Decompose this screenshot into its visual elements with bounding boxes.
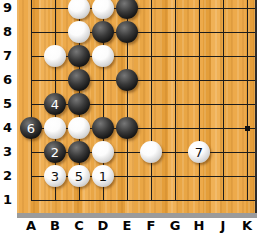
- stone-black-C7[interactable]: [68, 45, 90, 67]
- row-label-8: 8: [0, 24, 15, 40]
- stone-black-C5[interactable]: [68, 93, 90, 115]
- stone-white-D7[interactable]: [92, 45, 114, 67]
- grid-vline-J: [223, 0, 224, 201]
- stone-black-B5[interactable]: 4: [44, 93, 66, 115]
- stone-white-D3[interactable]: [92, 141, 114, 163]
- row-label-6: 6: [0, 72, 15, 88]
- row-label-1: 1: [0, 192, 15, 208]
- grid-vline-A: [31, 0, 32, 201]
- col-label-H: H: [191, 218, 207, 234]
- col-label-C: C: [71, 218, 87, 234]
- stone-black-E6[interactable]: [116, 69, 138, 91]
- stone-black-D4[interactable]: [92, 117, 114, 139]
- stone-black-D8[interactable]: [92, 21, 114, 43]
- col-label-E: E: [119, 218, 135, 234]
- col-label-K: K: [239, 218, 255, 234]
- star-point-K4: [245, 126, 250, 131]
- row-label-5: 5: [0, 96, 15, 112]
- grid-vline-F: [151, 0, 152, 201]
- grid-hline-1: [31, 200, 255, 201]
- grid-hline-9: [31, 8, 255, 9]
- go-diagram: 4627351 987654321ABCDEFGHJK: [0, 0, 257, 236]
- stone-white-D2[interactable]: 1: [92, 165, 114, 187]
- col-label-B: B: [47, 218, 63, 234]
- col-label-G: G: [167, 218, 183, 234]
- grid-vline-G: [175, 0, 176, 201]
- grid-hline-6: [31, 80, 255, 81]
- grid-vline-K: [247, 0, 248, 201]
- stone-white-B2[interactable]: 3: [44, 165, 66, 187]
- stone-white-H3[interactable]: 7: [188, 141, 210, 163]
- row-label-7: 7: [0, 48, 15, 64]
- col-label-D: D: [95, 218, 111, 234]
- stone-black-C3[interactable]: [68, 141, 90, 163]
- stone-white-C2[interactable]: 5: [68, 165, 90, 187]
- stone-white-C4[interactable]: [68, 117, 90, 139]
- stone-white-B7[interactable]: [44, 45, 66, 67]
- stone-black-A4[interactable]: 6: [20, 117, 42, 139]
- stone-white-F3[interactable]: [140, 141, 162, 163]
- row-label-9: 9: [0, 0, 15, 16]
- stone-black-B3[interactable]: 2: [44, 141, 66, 163]
- grid-vline-H: [199, 0, 200, 201]
- stone-white-C8[interactable]: [68, 21, 90, 43]
- row-label-3: 3: [0, 144, 15, 160]
- stone-black-E4[interactable]: [116, 117, 138, 139]
- col-label-F: F: [143, 218, 159, 234]
- board-right-edge: [255, 0, 257, 213]
- col-label-A: A: [23, 218, 39, 234]
- grid-hline-8: [31, 32, 255, 33]
- row-label-2: 2: [0, 168, 15, 184]
- stone-black-C6[interactable]: [68, 69, 90, 91]
- col-label-J: J: [215, 218, 231, 234]
- stone-white-B4[interactable]: [44, 117, 66, 139]
- row-label-4: 4: [0, 120, 15, 136]
- stone-black-E8[interactable]: [116, 21, 138, 43]
